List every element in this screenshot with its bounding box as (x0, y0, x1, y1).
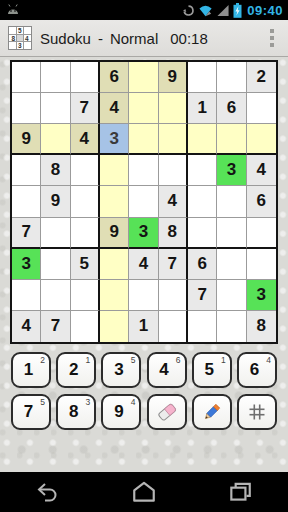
cell-r9c2[interactable]: 7 (41, 311, 70, 342)
eraser-button[interactable] (147, 394, 187, 430)
key-7[interactable]: 75 (11, 394, 51, 430)
eraser-icon (154, 400, 180, 424)
cell-r4c3[interactable] (71, 155, 100, 186)
cell-r6c1[interactable]: 7 (12, 218, 41, 249)
cell-r8c3[interactable] (71, 280, 100, 311)
back-button[interactable] (18, 472, 78, 512)
key-1[interactable]: 12 (11, 352, 51, 388)
cell-r3c9[interactable] (247, 124, 276, 155)
cell-r4c2[interactable]: 8 (41, 155, 70, 186)
app-icon: 5 8 4 3 (8, 26, 32, 50)
signal-icon (216, 4, 230, 17)
cell-r2c4[interactable]: 4 (100, 93, 129, 124)
cell-r2c6[interactable] (159, 93, 188, 124)
cell-r1c9[interactable]: 2 (247, 62, 276, 93)
cell-r3c8[interactable] (217, 124, 246, 155)
cell-r2c1[interactable] (12, 93, 41, 124)
cell-r1c5[interactable] (129, 62, 158, 93)
cell-r8c8[interactable] (217, 280, 246, 311)
cell-r8c1[interactable] (12, 280, 41, 311)
cell-r8c9[interactable]: 3 (247, 280, 276, 311)
cell-r4c8[interactable]: 3 (217, 155, 246, 186)
sudoku-board: 6927416943834946793835476734718 (10, 60, 278, 344)
wifi-icon (198, 4, 213, 17)
key-placed-count: 2 (40, 355, 45, 365)
key-digit: 8 (69, 402, 78, 422)
cell-r6c3[interactable] (71, 218, 100, 249)
phone-screen: 09:40 5 8 4 3 Sudoku - Normal 00:18 6927… (0, 0, 288, 512)
cell-r4c1[interactable] (12, 155, 41, 186)
rotation-icon (182, 4, 195, 17)
cell-r5c5[interactable] (129, 186, 158, 217)
key-placed-count: 1 (221, 355, 226, 365)
key-3[interactable]: 35 (101, 352, 141, 388)
cell-r5c4[interactable] (100, 186, 129, 217)
cell-r9c9[interactable]: 8 (247, 311, 276, 342)
status-bar: 09:40 (0, 0, 288, 20)
cell-r7c4[interactable] (100, 249, 129, 280)
key-digit: 7 (24, 402, 33, 422)
key-5[interactable]: 51 (192, 352, 232, 388)
cell-r9c8[interactable] (217, 311, 246, 342)
cell-r5c2[interactable]: 9 (41, 186, 70, 217)
cell-r2c5[interactable] (129, 93, 158, 124)
key-placed-count: 3 (85, 397, 90, 407)
pencil-icon (199, 400, 225, 424)
key-placed-count: 5 (40, 397, 45, 407)
cell-r1c7[interactable] (188, 62, 217, 93)
keypad-row-2: 758394 (0, 394, 288, 430)
battery-charging-icon (233, 3, 242, 18)
game-timer: 00:18 (170, 30, 208, 47)
cell-r6c4[interactable]: 9 (100, 218, 129, 249)
cell-r7c1[interactable]: 3 (12, 249, 41, 280)
cell-r6c2[interactable] (41, 218, 70, 249)
cell-r8c5[interactable] (129, 280, 158, 311)
cell-r5c8[interactable] (217, 186, 246, 217)
cell-r7c8[interactable] (217, 249, 246, 280)
cell-r9c4[interactable] (100, 311, 129, 342)
cell-r7c5[interactable]: 4 (129, 249, 158, 280)
key-digit: 3 (114, 360, 123, 380)
cell-r6c6[interactable]: 8 (159, 218, 188, 249)
android-debug-icon (5, 3, 21, 17)
key-placed-count: 5 (131, 355, 136, 365)
cell-r2c7[interactable]: 1 (188, 93, 217, 124)
pencil-button[interactable] (192, 394, 232, 430)
cell-r7c9[interactable] (247, 249, 276, 280)
cell-r9c5[interactable]: 1 (129, 311, 158, 342)
recents-button[interactable] (210, 472, 270, 512)
cell-r4c5[interactable] (129, 155, 158, 186)
key-digit: 2 (69, 360, 78, 380)
cell-r3c3[interactable]: 4 (71, 124, 100, 155)
cell-r3c4[interactable]: 3 (100, 124, 129, 155)
cell-r9c6[interactable] (159, 311, 188, 342)
home-button[interactable] (114, 472, 174, 512)
cell-r1c4[interactable]: 6 (100, 62, 129, 93)
cell-r1c1[interactable] (12, 62, 41, 93)
cell-r1c2[interactable] (41, 62, 70, 93)
cell-r1c8[interactable] (217, 62, 246, 93)
status-clock: 09:40 (247, 3, 283, 18)
key-4[interactable]: 46 (147, 352, 187, 388)
cell-r7c7[interactable]: 6 (188, 249, 217, 280)
cell-r8c4[interactable] (100, 280, 129, 311)
cell-r5c1[interactable] (12, 186, 41, 217)
key-digit: 9 (114, 402, 123, 422)
key-digit: 4 (159, 360, 168, 380)
cell-r6c8[interactable] (217, 218, 246, 249)
title-separator: - (98, 30, 103, 47)
cell-r4c4[interactable] (100, 155, 129, 186)
cell-r6c9[interactable] (247, 218, 276, 249)
cell-r2c3[interactable]: 7 (71, 93, 100, 124)
cell-r3c7[interactable] (188, 124, 217, 155)
difficulty-label: Normal (110, 30, 158, 47)
keypad: 122135465164 758394 (0, 352, 288, 436)
key-9[interactable]: 94 (101, 394, 141, 430)
title-bar: 5 8 4 3 Sudoku - Normal 00:18 (0, 20, 288, 57)
cell-r6c7[interactable] (188, 218, 217, 249)
cell-r4c9[interactable]: 4 (247, 155, 276, 186)
cell-r1c3[interactable] (71, 62, 100, 93)
cell-r4c7[interactable] (188, 155, 217, 186)
overflow-menu-button[interactable] (264, 23, 280, 53)
key-digit: 1 (24, 360, 33, 380)
key-placed-count: 6 (176, 355, 181, 365)
cell-r7c6[interactable]: 7 (159, 249, 188, 280)
pencil-marks-icon (244, 400, 270, 424)
cell-r3c1[interactable]: 9 (12, 124, 41, 155)
key-digit: 6 (250, 360, 259, 380)
cell-r8c6[interactable] (159, 280, 188, 311)
cell-r4c6[interactable] (159, 155, 188, 186)
key-6[interactable]: 64 (237, 352, 277, 388)
key-digit: 5 (205, 360, 214, 380)
cell-r6c5[interactable]: 3 (129, 218, 158, 249)
navigation-bar (0, 472, 288, 512)
key-placed-count: 4 (131, 397, 136, 407)
cell-r5c3[interactable] (71, 186, 100, 217)
cell-r2c8[interactable]: 6 (217, 93, 246, 124)
app-title: Sudoku (40, 30, 91, 47)
key-2[interactable]: 21 (56, 352, 96, 388)
cell-r3c6[interactable] (159, 124, 188, 155)
key-8[interactable]: 83 (56, 394, 96, 430)
cell-r9c3[interactable] (71, 311, 100, 342)
cell-r3c5[interactable] (129, 124, 158, 155)
cell-r8c2[interactable] (41, 280, 70, 311)
pencil-marks-button[interactable] (237, 394, 277, 430)
cell-r5c6[interactable]: 4 (159, 186, 188, 217)
key-placed-count: 1 (85, 355, 90, 365)
cell-r3c2[interactable] (41, 124, 70, 155)
keypad-row-1: 122135465164 (0, 352, 288, 388)
cell-r7c3[interactable]: 5 (71, 249, 100, 280)
cell-r2c9[interactable] (247, 93, 276, 124)
cell-r9c1[interactable]: 4 (12, 311, 41, 342)
cell-r2c2[interactable] (41, 93, 70, 124)
cell-r8c7[interactable]: 7 (188, 280, 217, 311)
key-placed-count: 4 (266, 355, 271, 365)
cell-r9c7[interactable] (188, 311, 217, 342)
cell-r5c9[interactable]: 6 (247, 186, 276, 217)
cell-r1c6[interactable]: 9 (159, 62, 188, 93)
page-title: Sudoku - Normal 00:18 (40, 30, 208, 47)
cell-r7c2[interactable] (41, 249, 70, 280)
cell-r5c7[interactable] (188, 186, 217, 217)
